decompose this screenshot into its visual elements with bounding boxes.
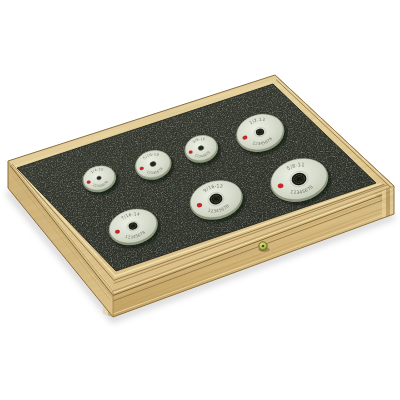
product-photo: 1/4-20 12345678 5/16-18 12345678 3/8-16 …: [0, 0, 400, 400]
